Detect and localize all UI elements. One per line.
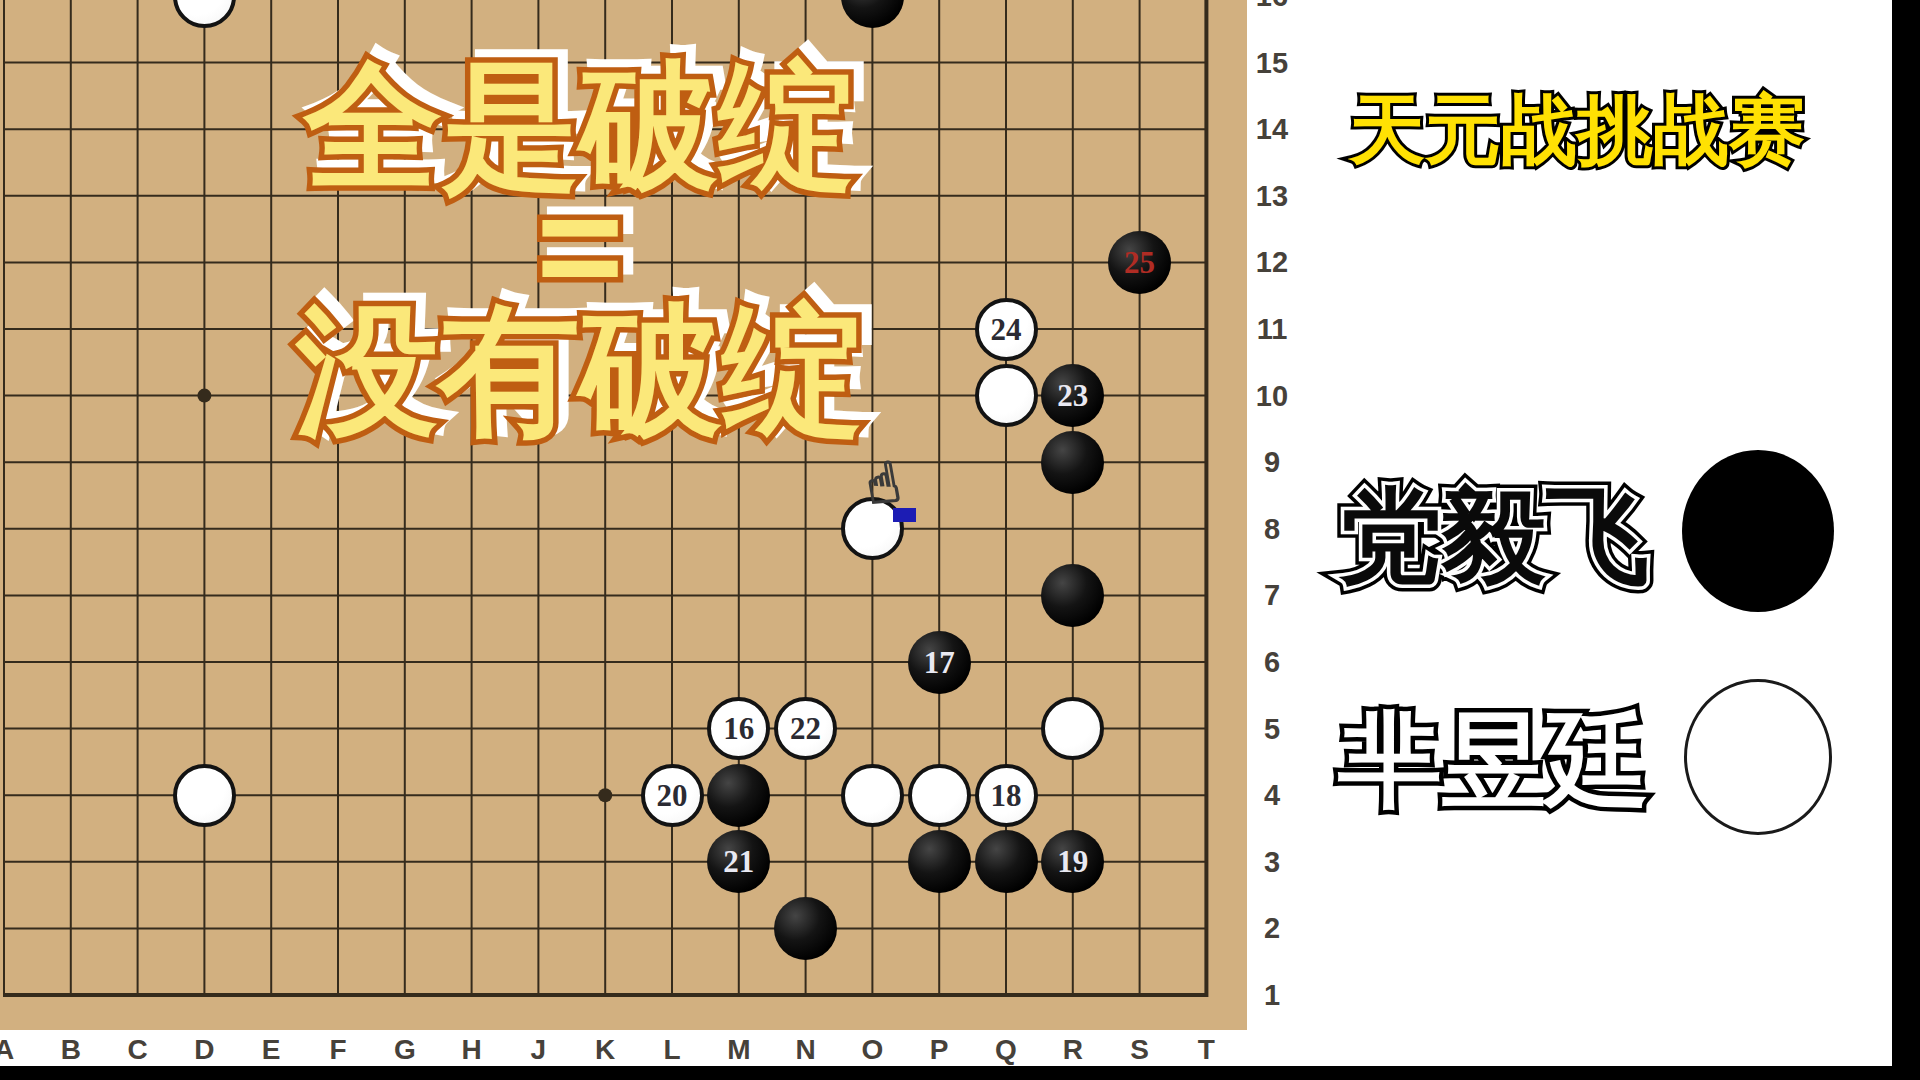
stone-black-p6[interactable]: 17 [908,631,971,694]
move-number: 18 [991,780,1022,811]
stone-white-l4[interactable]: 20 [641,764,704,827]
col-label-e: E [254,1036,288,1064]
stone-white-n5[interactable]: 22 [774,697,837,760]
move-number: 22 [790,713,821,744]
stone-black-r10[interactable]: 23 [1041,364,1104,427]
row-label-15: 15 [1248,48,1296,78]
row-label-4: 4 [1248,780,1296,810]
row-label-11: 11 [1248,314,1296,344]
caption-equals-sign: = = = [265,196,895,296]
stone-black-q3[interactable] [975,830,1038,893]
col-label-c: C [121,1036,155,1064]
col-label-k: K [588,1036,622,1064]
move-number: 16 [723,713,754,744]
row-label-1: 1 [1248,980,1296,1010]
move-number: 24 [991,314,1022,345]
col-label-t: T [1189,1036,1223,1064]
row-label-3: 3 [1248,847,1296,877]
row-label-2: 2 [1248,913,1296,943]
stone-white-q10[interactable] [975,364,1038,427]
white-player-name: 芈昱廷 芈昱廷 [1329,702,1659,820]
stone-white-q4[interactable]: 18 [975,764,1038,827]
stone-white-r5[interactable] [1041,697,1104,760]
move-number: 21 [723,846,754,877]
stone-black-s12[interactable]: 25 [1108,231,1171,294]
black-player-name: 党毅飞 党毅飞 党毅飞 [1329,478,1659,596]
stone-black-r7[interactable] [1041,564,1104,627]
stone-black-r9[interactable] [1041,431,1104,494]
row-label-8: 8 [1248,514,1296,544]
stone-white-d4[interactable] [173,764,236,827]
caption-line-2: 没有破绽 没有破绽 没有破绽 [265,296,895,446]
stone-white-p4[interactable] [908,764,971,827]
event-title: 天元战挑战赛 天元战挑战赛 天元战挑战赛 [1327,88,1827,172]
row-label-16: 16 [1248,0,1296,11]
col-label-n: N [789,1036,823,1064]
move-number: 17 [924,647,955,678]
row-label-14: 14 [1248,114,1296,144]
row-label-5: 5 [1248,714,1296,744]
move-number: 25 [1124,247,1155,278]
stone-white-o4[interactable] [841,764,904,827]
row-label-6: 6 [1248,647,1296,677]
col-label-h: H [455,1036,489,1064]
col-label-a: A [0,1036,21,1064]
move-number: 19 [1057,846,1088,877]
hand-cursor-cuff [893,508,916,522]
col-label-o: O [855,1036,889,1064]
row-label-9: 9 [1248,447,1296,477]
row-label-13: 13 [1248,181,1296,211]
black-player-stone-icon [1682,450,1834,612]
row-label-7: 7 [1248,580,1296,610]
row-label-12: 12 [1248,247,1296,277]
col-label-j: J [521,1036,555,1064]
col-label-l: L [655,1036,689,1064]
col-label-m: M [722,1036,756,1064]
stone-black-p3[interactable] [908,830,971,893]
col-label-g: G [388,1036,422,1064]
col-label-p: P [922,1036,956,1064]
caption-overlay: 全是破绽 全是破绽 全是破绽 = = = 没有破绽 没有破绽 没有破绽 [265,56,895,446]
stone-white-m5[interactable]: 16 [707,697,770,760]
col-label-d: D [187,1036,221,1064]
bottom-black-bar [0,1066,1920,1080]
row-label-10: 10 [1248,381,1296,411]
go-app-window: 25242317162220182119 ABCDEFGHJKLMNOPQRST… [0,0,1920,1080]
col-label-q: Q [989,1036,1023,1064]
move-number: 20 [657,780,688,811]
stone-black-m4[interactable] [707,764,770,827]
right-black-bar [1892,0,1920,1080]
col-label-s: S [1123,1036,1157,1064]
white-player-stone-icon [1684,679,1832,835]
stone-black-n2[interactable] [774,897,837,960]
col-label-b: B [54,1036,88,1064]
move-number: 23 [1057,380,1088,411]
col-label-f: F [321,1036,355,1064]
stone-white-q11[interactable]: 24 [975,298,1038,361]
col-label-r: R [1056,1036,1090,1064]
